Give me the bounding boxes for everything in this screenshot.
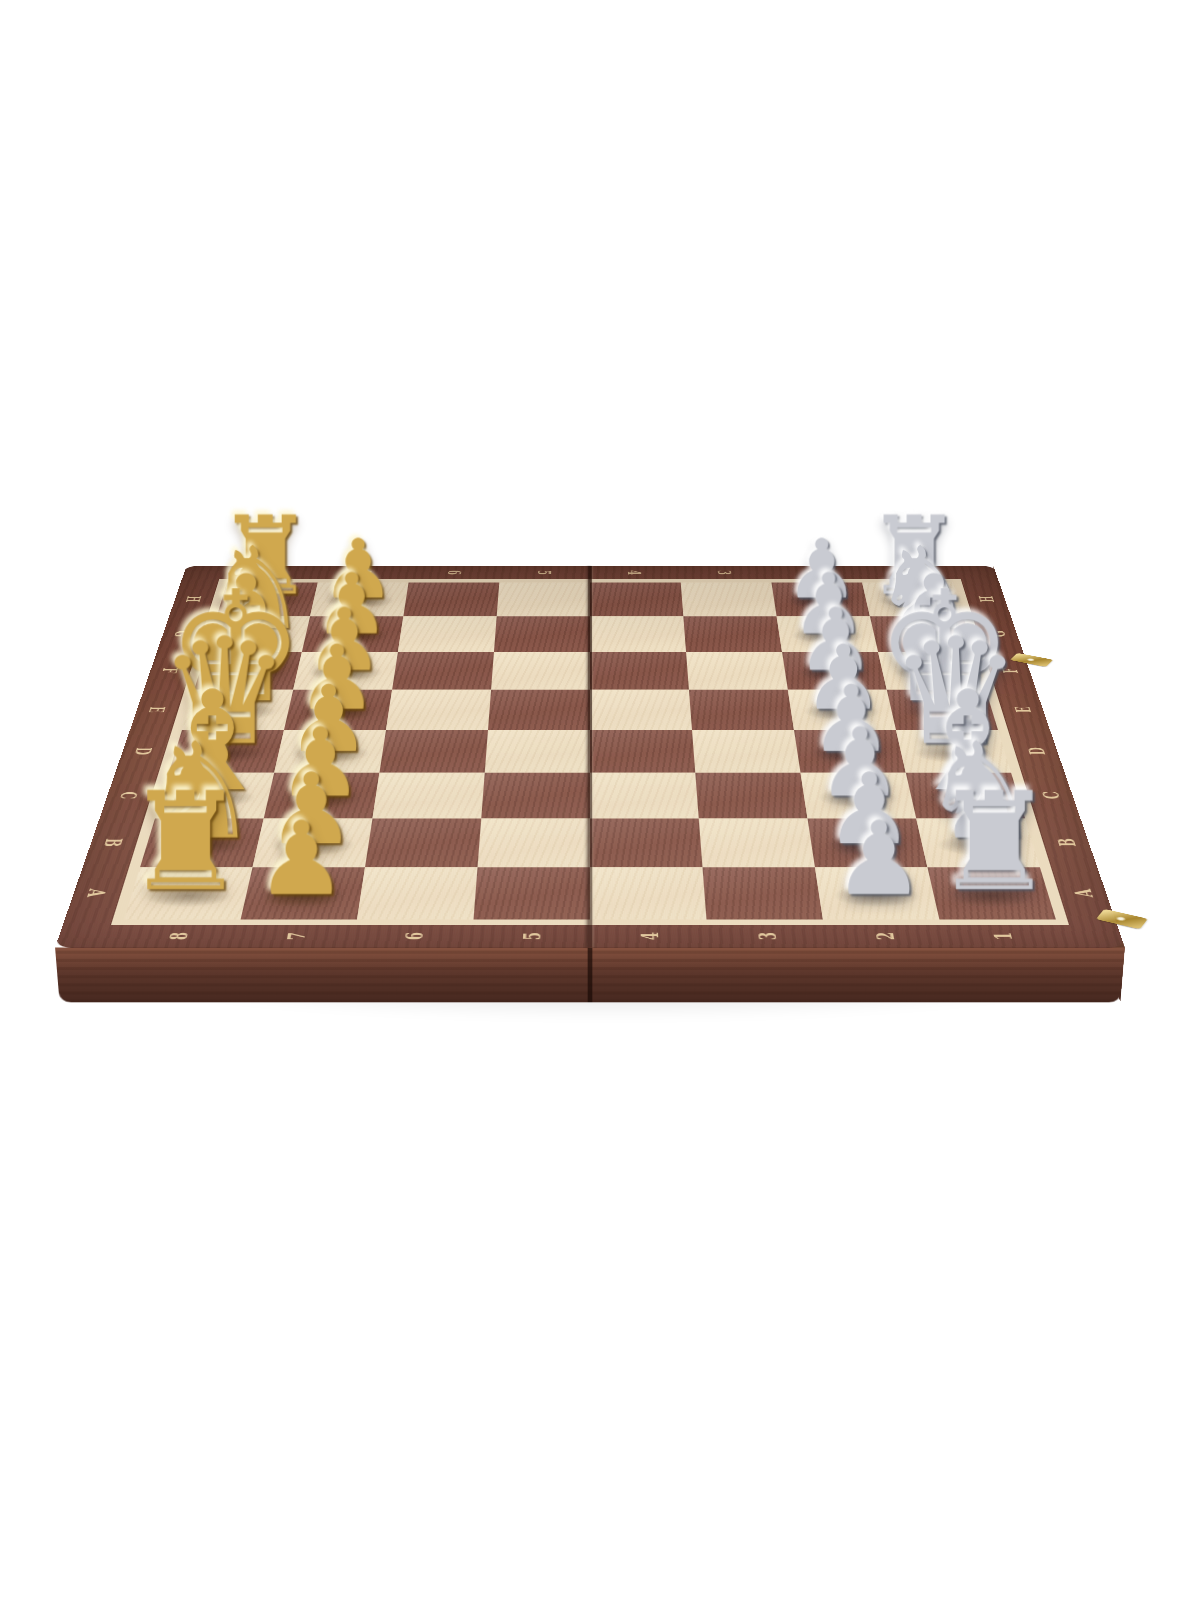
- square-f5[interactable]: [491, 652, 590, 690]
- square-e4[interactable]: [590, 690, 692, 730]
- square-c4[interactable]: [590, 773, 699, 819]
- piece-silver-pawn-a2[interactable]: ♟: [754, 810, 1003, 907]
- square-b5[interactable]: [478, 818, 590, 867]
- square-h4[interactable]: [590, 582, 683, 616]
- chessboard-scene: HGFEDCBA HGFEDCBA 87654321 87654321 ♜♟♟♜…: [130, 270, 1050, 1190]
- brass-clasp-icon: [1096, 909, 1148, 929]
- square-a4[interactable]: [590, 867, 706, 919]
- square-h5[interactable]: [497, 582, 590, 616]
- square-a2[interactable]: ♟: [815, 867, 939, 919]
- square-g5[interactable]: [494, 616, 590, 652]
- fold-seam: [588, 566, 593, 948]
- square-c5[interactable]: [481, 773, 590, 819]
- photo-background: HGFEDCBA HGFEDCBA 87654321 87654321 ♜♟♟♜…: [0, 0, 1200, 1600]
- square-e5[interactable]: [488, 690, 590, 730]
- square-a7[interactable]: ♟: [241, 867, 365, 919]
- square-d5[interactable]: [485, 730, 590, 773]
- square-b4[interactable]: [590, 818, 702, 867]
- square-d4[interactable]: [590, 730, 695, 773]
- fold-seam-front: [588, 948, 593, 1003]
- square-f4[interactable]: [590, 652, 689, 690]
- square-a5[interactable]: [474, 867, 590, 919]
- square-g4[interactable]: [590, 616, 686, 652]
- piece-gold-pawn-a7[interactable]: ♟: [177, 810, 426, 907]
- chessboard: HGFEDCBA HGFEDCBA 87654321 87654321 ♜♟♟♜…: [55, 566, 1125, 948]
- board-frame: HGFEDCBA HGFEDCBA 87654321 87654321 ♜♟♟♜…: [55, 566, 1125, 948]
- board-side-front: [55, 948, 1125, 1003]
